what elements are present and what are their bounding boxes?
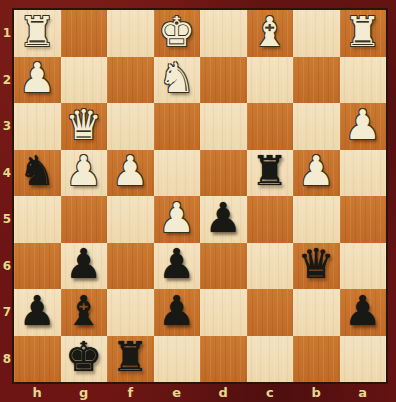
square-h3[interactable] xyxy=(14,103,61,150)
rank-label-6: 6 xyxy=(0,243,14,290)
square-b7[interactable] xyxy=(293,289,340,336)
square-a5[interactable] xyxy=(340,196,387,243)
square-d7[interactable] xyxy=(200,289,247,336)
square-h5[interactable] xyxy=(14,196,61,243)
square-a6[interactable] xyxy=(340,243,387,290)
piece-black-rook[interactable]: ♜ xyxy=(251,151,288,192)
piece-white-king[interactable]: ♚ xyxy=(158,12,195,53)
piece-white-pawn[interactable]: ♟ xyxy=(298,151,335,192)
square-d5[interactable]: ♟ xyxy=(200,196,247,243)
piece-white-rook[interactable]: ♜ xyxy=(19,12,56,53)
square-d4[interactable] xyxy=(200,150,247,197)
square-c7[interactable] xyxy=(247,289,294,336)
square-b2[interactable] xyxy=(293,57,340,104)
file-label-a: a xyxy=(340,382,387,402)
square-e1[interactable]: ♚ xyxy=(154,10,201,57)
square-g1[interactable] xyxy=(61,10,108,57)
rank-label-4: 4 xyxy=(0,150,14,197)
square-a2[interactable] xyxy=(340,57,387,104)
piece-white-pawn[interactable]: ♟ xyxy=(112,151,149,192)
piece-black-knight[interactable]: ♞ xyxy=(19,151,56,192)
file-label-h: h xyxy=(14,382,61,402)
file-label-f: f xyxy=(107,382,154,402)
piece-black-king[interactable]: ♚ xyxy=(65,337,102,378)
file-label-d: d xyxy=(200,382,247,402)
rank-label-7: 7 xyxy=(0,289,14,336)
square-c3[interactable] xyxy=(247,103,294,150)
square-d3[interactable] xyxy=(200,103,247,150)
square-e7[interactable]: ♟ xyxy=(154,289,201,336)
square-f7[interactable] xyxy=(107,289,154,336)
piece-white-queen[interactable]: ♛ xyxy=(65,105,102,146)
square-f8[interactable]: ♜ xyxy=(107,336,154,383)
square-e5[interactable]: ♟ xyxy=(154,196,201,243)
square-d6[interactable] xyxy=(200,243,247,290)
square-g5[interactable] xyxy=(61,196,108,243)
rank-label-8: 8 xyxy=(0,336,14,383)
square-b3[interactable] xyxy=(293,103,340,150)
square-b5[interactable] xyxy=(293,196,340,243)
rank-label-3: 3 xyxy=(0,103,14,150)
square-c1[interactable]: ♝ xyxy=(247,10,294,57)
square-h8[interactable] xyxy=(14,336,61,383)
file-labels: hgfedcba xyxy=(14,382,386,402)
square-f6[interactable] xyxy=(107,243,154,290)
square-f2[interactable] xyxy=(107,57,154,104)
square-d8[interactable] xyxy=(200,336,247,383)
square-d1[interactable] xyxy=(200,10,247,57)
piece-black-bishop[interactable]: ♝ xyxy=(65,291,102,332)
piece-black-pawn[interactable]: ♟ xyxy=(65,244,102,285)
square-d2[interactable] xyxy=(200,57,247,104)
square-g8[interactable]: ♚ xyxy=(61,336,108,383)
piece-black-rook[interactable]: ♜ xyxy=(112,337,149,378)
square-g4[interactable]: ♟ xyxy=(61,150,108,197)
piece-black-pawn[interactable]: ♟ xyxy=(205,198,242,239)
rank-labels: 12345678 xyxy=(0,10,14,382)
piece-black-pawn[interactable]: ♟ xyxy=(344,291,381,332)
rank-label-5: 5 xyxy=(0,196,14,243)
rank-label-1: 1 xyxy=(0,10,14,57)
piece-black-pawn[interactable]: ♟ xyxy=(158,244,195,285)
file-label-b: b xyxy=(293,382,340,402)
square-c4[interactable]: ♜ xyxy=(247,150,294,197)
square-e6[interactable]: ♟ xyxy=(154,243,201,290)
piece-white-pawn[interactable]: ♟ xyxy=(65,151,102,192)
square-h7[interactable]: ♟ xyxy=(14,289,61,336)
square-e4[interactable] xyxy=(154,150,201,197)
square-a7[interactable]: ♟ xyxy=(340,289,387,336)
square-a1[interactable]: ♜ xyxy=(340,10,387,57)
board: ♜♚♝♜♟♞♛♟♞♟♟♜♟♟♟♟♟♛♟♝♟♟♚♜ xyxy=(14,10,386,382)
piece-white-pawn[interactable]: ♟ xyxy=(158,198,195,239)
square-g6[interactable]: ♟ xyxy=(61,243,108,290)
square-h4[interactable]: ♞ xyxy=(14,150,61,197)
piece-black-pawn[interactable]: ♟ xyxy=(19,291,56,332)
square-b8[interactable] xyxy=(293,336,340,383)
piece-white-rook[interactable]: ♜ xyxy=(344,12,381,53)
square-h1[interactable]: ♜ xyxy=(14,10,61,57)
square-c5[interactable] xyxy=(247,196,294,243)
square-b6[interactable]: ♛ xyxy=(293,243,340,290)
square-g7[interactable]: ♝ xyxy=(61,289,108,336)
piece-white-pawn[interactable]: ♟ xyxy=(344,105,381,146)
square-c6[interactable] xyxy=(247,243,294,290)
piece-white-pawn[interactable]: ♟ xyxy=(19,58,56,99)
square-f5[interactable] xyxy=(107,196,154,243)
file-label-c: c xyxy=(247,382,294,402)
file-label-e: e xyxy=(154,382,201,402)
piece-white-knight[interactable]: ♞ xyxy=(158,58,195,99)
square-f1[interactable] xyxy=(107,10,154,57)
square-g3[interactable]: ♛ xyxy=(61,103,108,150)
square-c8[interactable] xyxy=(247,336,294,383)
square-b4[interactable]: ♟ xyxy=(293,150,340,197)
file-label-g: g xyxy=(61,382,108,402)
square-c2[interactable] xyxy=(247,57,294,104)
square-e2[interactable]: ♞ xyxy=(154,57,201,104)
square-a8[interactable] xyxy=(340,336,387,383)
rank-label-2: 2 xyxy=(0,57,14,104)
piece-black-queen[interactable]: ♛ xyxy=(298,244,335,285)
square-a4[interactable] xyxy=(340,150,387,197)
square-f4[interactable]: ♟ xyxy=(107,150,154,197)
piece-white-bishop[interactable]: ♝ xyxy=(251,12,288,53)
square-e8[interactable] xyxy=(154,336,201,383)
board-frame: 12345678 ♜♚♝♜♟♞♛♟♞♟♟♜♟♟♟♟♟♛♟♝♟♟♚♜ hgfedc… xyxy=(0,0,396,402)
square-a3[interactable]: ♟ xyxy=(340,103,387,150)
square-h6[interactable] xyxy=(14,243,61,290)
square-h2[interactable]: ♟ xyxy=(14,57,61,104)
square-f3[interactable] xyxy=(107,103,154,150)
square-g2[interactable] xyxy=(61,57,108,104)
square-b1[interactable] xyxy=(293,10,340,57)
square-e3[interactable] xyxy=(154,103,201,150)
piece-black-pawn[interactable]: ♟ xyxy=(158,291,195,332)
